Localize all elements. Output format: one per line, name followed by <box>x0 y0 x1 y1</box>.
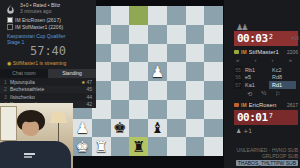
sweater-logo-line2 <box>24 156 32 158</box>
standings-name: Bechessathlete <box>10 86 86 92</box>
square-c8[interactable] <box>111 6 130 25</box>
black-player-row[interactable]: IM StifMaster1 (2206) <box>7 24 63 31</box>
square-h6[interactable] <box>204 44 223 63</box>
bottom-player-rating: 2617 <box>287 102 298 108</box>
move-number: 55 <box>234 66 242 74</box>
square-c5[interactable] <box>111 62 130 81</box>
move-row: 55Rb1Kc2 <box>234 66 296 74</box>
standings-score: 47 <box>86 79 92 85</box>
square-h7[interactable] <box>204 25 223 44</box>
move-nav-controls: « ‹ › » <box>236 57 292 64</box>
top-player-title: IM <box>241 49 247 55</box>
bottom-player-clock: 00:01 7 <box>234 110 298 125</box>
game-age: 3 minutes ago <box>20 8 60 14</box>
black-move[interactable]: Rd8 <box>269 74 296 82</box>
player-list: IM EricRosen (2617) IM StifMaster1 (2206… <box>7 17 63 30</box>
blitz-flame-icon <box>4 2 17 18</box>
square-g5[interactable] <box>186 62 205 81</box>
square-e8[interactable] <box>148 6 167 25</box>
square-h5[interactable] <box>204 62 223 81</box>
square-f6[interactable] <box>167 44 186 63</box>
draw-offer-button[interactable]: ½ <box>261 90 266 97</box>
streaming-text: StifMaster1 is streaming <box>13 60 67 66</box>
top-player-row[interactable]: IM StifMaster1 2206 <box>234 47 298 56</box>
square-d7[interactable] <box>129 25 148 44</box>
standings-name: Mpourqulia <box>10 79 81 85</box>
streamer-icon <box>234 103 239 107</box>
standings-score: 45 <box>86 86 92 92</box>
standings-row[interactable]: 3Ilsischenko44 <box>0 93 96 101</box>
bottom-clock-main: 00:01 <box>237 111 268 124</box>
move-row: 56e5Rd8 <box>234 74 296 82</box>
white-move[interactable]: Ka1 <box>242 81 269 89</box>
first-move-button[interactable]: « <box>236 57 239 64</box>
square-g2[interactable] <box>186 119 205 138</box>
left-panel: 3+0 • Rated • Blitz 3 minutes ago IM Eri… <box>0 0 96 108</box>
tab-standing[interactable]: Standing <box>48 69 96 78</box>
move-row: 57Ka1Rd1 <box>234 81 296 89</box>
square-d4[interactable] <box>129 81 148 100</box>
board-number-tag: #16 <box>291 36 299 41</box>
standings-score: 42 <box>86 101 92 107</box>
move-number: 56 <box>234 74 242 82</box>
square-e6[interactable] <box>148 44 167 63</box>
square-h8[interactable] <box>204 6 223 25</box>
square-c4[interactable] <box>111 81 130 100</box>
black-king[interactable]: ♚ <box>111 119 130 138</box>
square-e2[interactable]: ♝ <box>148 119 167 138</box>
white-color-icon <box>7 17 13 23</box>
last-move-button[interactable]: » <box>289 57 292 64</box>
square-c3[interactable] <box>111 100 130 119</box>
square-f1[interactable] <box>167 137 186 156</box>
square-e4[interactable] <box>148 81 167 100</box>
square-e7[interactable] <box>148 25 167 44</box>
square-d3[interactable] <box>129 100 148 119</box>
move-number: 57 <box>234 81 242 89</box>
black-color-icon <box>7 24 13 30</box>
square-d8[interactable] <box>129 6 148 25</box>
material-advantage: ♟ +1 <box>236 127 252 134</box>
square-e5[interactable]: ♟ <box>148 62 167 81</box>
right-panel: ♟♟ 00:03 2 #16 IM StifMaster1 2206 « ‹ ›… <box>224 0 300 168</box>
bottom-player-row[interactable]: IM EricRosen 2617 <box>234 100 298 109</box>
bottom-player-title: IM <box>241 102 247 108</box>
streamer-icon <box>234 50 239 54</box>
square-b1[interactable]: ♜ <box>92 137 111 156</box>
next-move-button[interactable]: › <box>272 57 274 64</box>
black-move[interactable]: Rd1 <box>269 81 296 89</box>
tab-chat-room[interactable]: Chat room <box>0 69 48 78</box>
square-h4[interactable] <box>204 81 223 100</box>
prev-move-button[interactable]: ‹ <box>254 57 256 64</box>
sub-credits: UNLEARNED · HVNO SUBGRLPDOP SUBTHABOS_TH… <box>236 147 298 167</box>
square-c1[interactable] <box>111 137 130 156</box>
bottom-player-name: EricRosen <box>249 102 285 108</box>
sweater-logo <box>24 153 35 155</box>
square-g7[interactable] <box>186 25 205 44</box>
black-rook[interactable]: ♜ <box>129 137 148 156</box>
trophy-icon: ★ <box>81 79 85 85</box>
white-king[interactable]: ♚ <box>73 137 92 156</box>
top-clock-tenths: 2 <box>269 33 273 41</box>
floor-lamp <box>50 112 67 123</box>
white-pawn[interactable]: ♟ <box>73 119 92 138</box>
square-g4[interactable] <box>186 81 205 100</box>
square-f4[interactable] <box>167 81 186 100</box>
square-c7[interactable] <box>111 25 130 44</box>
square-c2[interactable]: ♚ <box>111 119 130 138</box>
square-d5[interactable] <box>129 62 148 81</box>
standings-score: 44 <box>86 94 92 100</box>
square-f2[interactable] <box>167 119 186 138</box>
square-d6[interactable] <box>129 44 148 63</box>
white-pawn[interactable]: ♟ <box>148 62 167 81</box>
square-g6[interactable] <box>186 44 205 63</box>
black-move[interactable]: Kc2 <box>269 66 296 74</box>
square-c6[interactable] <box>111 44 130 63</box>
move-list: 55Rb1Kc256e5Rd857Ka1Rd1 <box>234 66 296 89</box>
square-f3[interactable] <box>167 100 186 119</box>
standings-name: Ilsischenko <box>10 94 86 100</box>
top-player-name: StifMaster1 <box>249 49 285 55</box>
square-e1[interactable] <box>148 137 167 156</box>
square-b2[interactable] <box>92 119 111 138</box>
white-rook[interactable]: ♜ <box>92 137 111 156</box>
square-a1[interactable]: ♚ <box>73 137 92 156</box>
stream-canvas: ♟♟♚♝♚♜♜ 3+0 • Rated • Blitz 3 minutes ag… <box>0 0 300 168</box>
top-clock-main: 00:03 <box>237 32 268 45</box>
streamer-body <box>0 141 71 168</box>
streaming-notice[interactable]: ◉ StifMaster1 is streaming <box>7 60 66 66</box>
square-a2[interactable]: ♟ <box>73 119 92 138</box>
square-e3[interactable] <box>148 100 167 119</box>
sub-credit-line: THABOS_THLTTPW SUB <box>236 160 298 167</box>
square-h3[interactable] <box>204 100 223 119</box>
square-f7[interactable] <box>167 25 186 44</box>
white-move[interactable]: Rb1 <box>242 66 269 74</box>
black-bishop[interactable]: ♝ <box>148 119 167 138</box>
square-d2[interactable] <box>129 119 148 138</box>
takeback-button[interactable]: ⟲ <box>247 90 252 97</box>
square-f8[interactable] <box>167 6 186 25</box>
square-d1[interactable]: ♜ <box>129 137 148 156</box>
top-player-rating: 2206 <box>287 49 298 55</box>
white-player-label: IM EricRosen (2617) <box>15 17 61 23</box>
square-g8[interactable] <box>186 6 205 25</box>
top-player-clock: 00:03 2 <box>234 31 298 46</box>
bottom-clock-tenths: 7 <box>269 112 273 120</box>
square-g3[interactable] <box>186 100 205 119</box>
black-player-label: IM StifMaster1 (2206) <box>15 24 63 30</box>
game-info: 3+0 • Rated • Blitz 3 minutes ago <box>4 2 94 18</box>
resign-button[interactable]: ⚐ <box>275 90 280 97</box>
window <box>0 106 17 141</box>
white-move[interactable]: e5 <box>242 74 269 82</box>
square-f5[interactable] <box>167 62 186 81</box>
tournament-clock: 57:40 <box>0 44 96 58</box>
game-actions: ⟲ ½ ⚐ <box>234 90 294 97</box>
standings-row[interactable]: 1Mpourqulia★47 <box>0 78 96 86</box>
standings-row[interactable]: 2Bechessathlete45 <box>0 86 96 94</box>
webcam-feed <box>0 103 73 168</box>
square-h2[interactable] <box>204 119 223 138</box>
square-g1[interactable] <box>186 137 205 156</box>
panel-tabs: Chat room Standing <box>0 69 96 78</box>
square-h1[interactable] <box>204 137 223 156</box>
